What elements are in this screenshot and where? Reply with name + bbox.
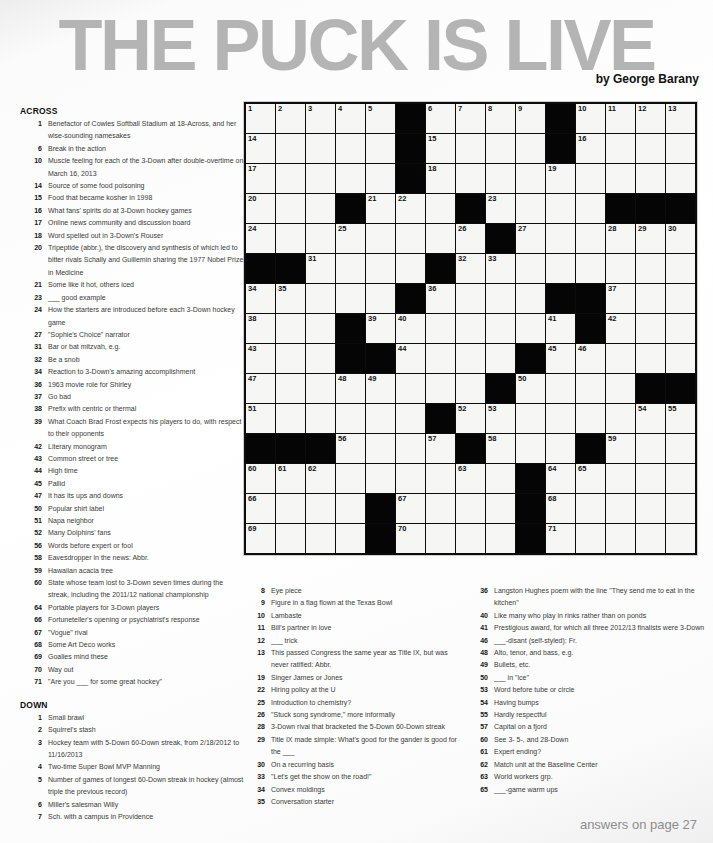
clue: 42Literary monogram	[20, 441, 245, 453]
grid-cell[interactable]	[366, 434, 395, 463]
cell-number: 14	[248, 135, 256, 143]
grid-cell[interactable]: 26	[456, 224, 485, 253]
clue: 55Hardly respectful	[469, 709, 711, 721]
grid-cell[interactable]	[276, 404, 305, 433]
grid-cell[interactable]	[666, 164, 695, 193]
clue-number: 34	[20, 366, 42, 378]
clue: 43Common street or tree	[20, 453, 245, 465]
grid-cell[interactable]	[306, 494, 335, 523]
grid-cell[interactable]	[666, 344, 695, 373]
grid-cell[interactable]	[306, 374, 335, 403]
clue-number: 51	[20, 515, 42, 527]
grid-cell[interactable]	[666, 464, 695, 493]
clue: 61Expert ending?	[469, 746, 711, 758]
grid-cell[interactable]: 22	[396, 194, 425, 223]
grid-cell[interactable]: 53	[486, 404, 515, 433]
grid-cell[interactable]	[336, 284, 365, 313]
clue: 20Tripeptide (abbr.), the discovery and …	[20, 242, 245, 279]
grid-cell[interactable]	[546, 374, 575, 403]
grid-cell[interactable]	[666, 314, 695, 343]
grid-cell[interactable]: 31	[306, 254, 335, 283]
grid-cell[interactable]: 46	[576, 344, 605, 373]
black-cell	[336, 194, 365, 223]
cell-number: 24	[248, 225, 256, 233]
grid-cell[interactable]	[366, 284, 395, 313]
grid-cell[interactable]	[366, 464, 395, 493]
clue-text: Reaction to 3-Down's amazing accomplishm…	[48, 368, 195, 375]
grid-cell[interactable]	[366, 134, 395, 163]
grid-cell[interactable]	[306, 224, 335, 253]
grid-cell[interactable]	[456, 494, 485, 523]
clue-number: 58	[20, 552, 42, 564]
grid-cell[interactable]: 42	[606, 314, 635, 343]
grid-cell[interactable]: 49	[366, 374, 395, 403]
grid-cell[interactable]: 67	[396, 494, 425, 523]
grid-cell[interactable]: 29	[636, 224, 665, 253]
grid-cell[interactable]: 54	[636, 404, 665, 433]
grid-cell[interactable]	[336, 164, 365, 193]
grid-cell[interactable]: 40	[396, 314, 425, 343]
grid-cell[interactable]: 28	[606, 224, 635, 253]
clue-number: 54	[469, 697, 488, 709]
grid-cell[interactable]	[456, 524, 485, 553]
clue: 21Some like it hot, others iced	[20, 279, 245, 291]
grid-cell[interactable]	[636, 464, 665, 493]
middle-clue-column: 8Eye piece9Figure in a flag flown at the…	[249, 585, 465, 808]
grid-cell[interactable]	[276, 494, 305, 523]
grid-cell[interactable]	[606, 254, 635, 283]
grid-cell[interactable]	[276, 374, 305, 403]
clue: 15Food that became kosher in 1998	[20, 192, 245, 204]
grid-cell[interactable]: 50	[516, 374, 545, 403]
grid-cell[interactable]	[276, 134, 305, 163]
clue: 36Langston Hughes poem with the line "Th…	[469, 585, 711, 610]
grid-cell[interactable]: 14	[246, 134, 275, 163]
grid-cell[interactable]	[366, 254, 395, 283]
grid-cell[interactable]: 34	[246, 284, 275, 313]
clue: 60See 3- 5-, and 28-Down	[469, 734, 711, 746]
clue-number: 41	[469, 622, 488, 634]
grid-cell[interactable]: 60	[246, 464, 275, 493]
grid-cell[interactable]	[426, 374, 455, 403]
cell-number: 8	[488, 105, 492, 113]
grid-cell[interactable]	[426, 344, 455, 373]
cell-number: 70	[398, 525, 406, 533]
grid-cell[interactable]	[636, 494, 665, 523]
grid-cell[interactable]: 61	[276, 464, 305, 493]
clue: 39What Coach Brad Frost expects his play…	[20, 416, 245, 441]
grid-cell[interactable]	[636, 164, 665, 193]
clue-text: See 3- 5-, and 28-Down	[494, 736, 568, 743]
grid-cell[interactable]	[276, 344, 305, 373]
grid-cell[interactable]	[426, 224, 455, 253]
grid-cell[interactable]: 47	[246, 374, 275, 403]
grid-cell[interactable]	[486, 344, 515, 373]
grid-cell[interactable]	[396, 434, 425, 463]
grid-cell[interactable]	[276, 164, 305, 193]
clue-number: 62	[469, 759, 488, 771]
grid-cell[interactable]: 18	[426, 164, 455, 193]
grid-cell[interactable]	[636, 284, 665, 313]
grid-cell[interactable]	[576, 164, 605, 193]
clue: 8Eye piece	[249, 585, 465, 597]
clue-number: 37	[20, 391, 42, 403]
cell-number: 43	[248, 345, 256, 353]
grid-cell[interactable]: 6	[426, 104, 455, 133]
grid-cell[interactable]: 25	[336, 224, 365, 253]
grid-cell[interactable]	[336, 524, 365, 553]
grid-cell[interactable]: 3	[306, 104, 335, 133]
grid-cell[interactable]: 41	[546, 314, 575, 343]
grid-cell[interactable]	[636, 524, 665, 553]
grid-cell[interactable]: 11	[606, 104, 635, 133]
grid-cell[interactable]: 68	[546, 494, 575, 523]
grid-cell[interactable]	[546, 434, 575, 463]
grid-cell[interactable]	[666, 134, 695, 163]
clue-number: 49	[469, 659, 488, 671]
clue: 41Prestigious award, for which all three…	[469, 622, 711, 634]
grid-cell[interactable]	[306, 284, 335, 313]
cell-number: 59	[608, 435, 616, 443]
clue-text: Goalies mind these	[48, 653, 108, 660]
grid-cell[interactable]: 58	[486, 434, 515, 463]
grid-cell[interactable]	[396, 224, 425, 253]
clue-text: On a recurring basis	[271, 761, 334, 768]
grid-cell[interactable]	[426, 314, 455, 343]
clue: 37Go bad	[20, 391, 245, 403]
grid-cell[interactable]: 43	[246, 344, 275, 373]
clue-number: 50	[469, 672, 488, 684]
grid-cell[interactable]: 59	[606, 434, 635, 463]
grid-cell[interactable]	[456, 374, 485, 403]
grid-cell[interactable]	[456, 344, 485, 373]
grid-cell[interactable]: 45	[546, 344, 575, 373]
grid-cell[interactable]	[426, 194, 455, 223]
clue: 44High time	[20, 465, 245, 477]
grid-cell[interactable]	[426, 524, 455, 553]
grid-cell[interactable]: 44	[396, 344, 425, 373]
clue-number: 67	[20, 627, 42, 639]
grid-cell[interactable]	[336, 404, 365, 433]
grid-cell[interactable]: 51	[246, 404, 275, 433]
grid-cell[interactable]: 7	[456, 104, 485, 133]
grid-cell[interactable]: 71	[546, 524, 575, 553]
cell-number: 28	[608, 225, 616, 233]
grid-cell[interactable]	[426, 464, 455, 493]
clue-number: 59	[20, 565, 42, 577]
grid-cell[interactable]: 65	[576, 464, 605, 493]
clue: 24How the starters are introduced before…	[20, 304, 245, 329]
clue-text: High time	[48, 467, 78, 474]
grid-cell[interactable]	[576, 224, 605, 253]
clue-text: Go bad	[48, 393, 71, 400]
clue-number: 13	[249, 647, 265, 659]
grid-cell[interactable]: 4	[336, 104, 365, 133]
grid-cell[interactable]	[516, 134, 545, 163]
clue-number: 25	[249, 697, 265, 709]
clue: 11Bill's partner in love	[249, 622, 465, 634]
clue: 283-Down rival that bracketed the 5-Down…	[249, 721, 465, 733]
clue-number: 56	[20, 540, 42, 552]
grid-cell[interactable]	[366, 404, 395, 433]
grid-cell[interactable]	[606, 374, 635, 403]
grid-cell[interactable]: 10	[576, 104, 605, 133]
grid-cell[interactable]	[666, 524, 695, 553]
clue-text: Break in the action	[48, 145, 106, 152]
grid-cell[interactable]	[276, 524, 305, 553]
grid-cell[interactable]	[336, 464, 365, 493]
grid-cell[interactable]: 32	[456, 254, 485, 283]
grid-cell[interactable]	[306, 194, 335, 223]
grid-cell[interactable]: 8	[486, 104, 515, 133]
cell-number: 16	[578, 135, 586, 143]
grid-cell[interactable]: 16	[576, 134, 605, 163]
clue-text: Hawaiian acacia tree	[48, 567, 113, 574]
grid-cell[interactable]: 23	[486, 194, 515, 223]
clue-number: 16	[20, 205, 42, 217]
grid-cell[interactable]	[636, 434, 665, 463]
grid-cell[interactable]	[366, 224, 395, 253]
grid-cell[interactable]: 62	[306, 464, 335, 493]
grid-cell[interactable]	[546, 254, 575, 283]
clue-text: ___-disant (self-styled): Fr.	[494, 637, 577, 644]
grid-cell[interactable]: 64	[546, 464, 575, 493]
grid-cell[interactable]	[396, 404, 425, 433]
clue-number: 36	[469, 585, 488, 597]
black-cell	[576, 284, 605, 313]
grid-cell[interactable]	[636, 314, 665, 343]
black-cell	[456, 434, 485, 463]
clue-text: State whose team lost to 3-Down seven ti…	[48, 579, 223, 598]
clue-text: "Are you ___ for some great hockey"	[48, 678, 162, 685]
clue-text: "Sophie's Choice" narrator	[48, 331, 130, 338]
clue: 64Portable players for 3-Down players	[20, 602, 245, 614]
grid-cell[interactable]	[576, 194, 605, 223]
cell-number: 11	[608, 105, 616, 113]
grid-cell[interactable]: 17	[246, 164, 275, 193]
cell-number: 17	[248, 165, 256, 173]
clue-text: Two-time Super Bowl MVP Manning	[48, 763, 160, 770]
grid-cell[interactable]	[576, 254, 605, 283]
grid-cell[interactable]: 66	[246, 494, 275, 523]
clue: 57Capital on a fjord	[469, 721, 711, 733]
grid-cell[interactable]	[276, 194, 305, 223]
grid-cell[interactable]	[606, 494, 635, 523]
cell-number: 3	[308, 105, 312, 113]
grid-cell[interactable]: 63	[456, 464, 485, 493]
grid-cell[interactable]: 12	[636, 104, 665, 133]
grid-cell[interactable]	[486, 134, 515, 163]
grid-cell[interactable]	[306, 524, 335, 553]
grid-cell[interactable]	[456, 284, 485, 313]
grid-cell[interactable]	[456, 314, 485, 343]
grid-cell[interactable]	[486, 284, 515, 313]
cell-number: 32	[458, 255, 466, 263]
grid-cell[interactable]: 48	[336, 374, 365, 403]
clue-text: Prestigious award, for which all three 2…	[494, 624, 704, 631]
grid-cell[interactable]	[276, 224, 305, 253]
clue-text: Hardly respectful	[494, 711, 547, 718]
grid-cell[interactable]: 37	[606, 284, 635, 313]
cell-number: 65	[578, 465, 586, 473]
grid-cell[interactable]	[516, 164, 545, 193]
clue-text: Alto, tenor, and bass, e.g.	[494, 649, 573, 656]
clue: 59Hawaiian acacia tree	[20, 565, 245, 577]
grid-cell[interactable]: 1	[246, 104, 275, 133]
clue: 23___ good example	[20, 292, 245, 304]
clue-number: 40	[469, 610, 488, 622]
grid-cell[interactable]	[336, 254, 365, 283]
cell-number: 60	[248, 465, 256, 473]
grid-cell[interactable]	[546, 194, 575, 223]
grid-cell[interactable]	[486, 494, 515, 523]
grid-cell[interactable]: 2	[276, 104, 305, 133]
grid-cell[interactable]: 33	[486, 254, 515, 283]
grid-cell[interactable]	[666, 494, 695, 523]
clue-text: Conversation starter	[271, 798, 334, 805]
grid-cell[interactable]: 5	[366, 104, 395, 133]
grid-cell[interactable]	[606, 164, 635, 193]
grid-cell[interactable]	[666, 284, 695, 313]
grid-cell[interactable]: 21	[366, 194, 395, 223]
grid-cell[interactable]	[606, 134, 635, 163]
clue-text: Capital on a fjord	[494, 723, 547, 730]
black-cell	[606, 194, 635, 223]
clue-number: 1	[20, 118, 42, 130]
grid-cell[interactable]: 30	[666, 224, 695, 253]
grid-cell[interactable]	[276, 314, 305, 343]
grid-cell[interactable]	[576, 404, 605, 433]
grid-cell[interactable]	[666, 254, 695, 283]
clue-number: 7	[20, 811, 42, 823]
black-cell	[516, 524, 545, 553]
clue-number: 50	[20, 503, 42, 515]
clue-text: World workers grp.	[494, 773, 553, 780]
grid-cell[interactable]	[606, 464, 635, 493]
grid-cell[interactable]	[486, 164, 515, 193]
grid-cell[interactable]	[306, 164, 335, 193]
clue: 22Hiring policy at the U	[249, 684, 465, 696]
grid-cell[interactable]	[576, 524, 605, 553]
cell-number: 9	[518, 105, 522, 113]
clue: 19Singer James or Jones	[249, 672, 465, 684]
black-cell	[246, 434, 275, 463]
clue-number: 11	[249, 622, 265, 634]
grid-cell[interactable]: 13	[666, 104, 695, 133]
clue-number: 1	[20, 712, 42, 724]
grid-cell[interactable]	[546, 404, 575, 433]
black-cell	[426, 404, 455, 433]
clue: 6Miller's salesman Willy	[20, 799, 245, 811]
grid-cell[interactable]: 55	[666, 404, 695, 433]
cell-number: 58	[488, 435, 496, 443]
clue: 18Word spelled out in 3-Down's Rouser	[20, 230, 245, 242]
grid-cell[interactable]	[516, 314, 545, 343]
grid-cell[interactable]: 35	[276, 284, 305, 313]
grid-cell[interactable]	[606, 344, 635, 373]
grid-cell[interactable]: 27	[516, 224, 545, 253]
grid-cell[interactable]	[516, 404, 545, 433]
clue-text: Figure in a flag flown at the Texas Bowl	[271, 599, 392, 606]
clue: 50Popular shirt label	[20, 503, 245, 515]
grid-cell[interactable]	[336, 494, 365, 523]
grid-cell[interactable]: 38	[246, 314, 275, 343]
grid-cell[interactable]: 57	[426, 434, 455, 463]
clue-number: 28	[249, 721, 265, 733]
clue: 26"Stuck song syndrome," more informally	[249, 709, 465, 721]
grid-cell[interactable]: 9	[516, 104, 545, 133]
grid-cell[interactable]	[426, 494, 455, 523]
grid-cell[interactable]	[306, 344, 335, 373]
grid-cell[interactable]	[336, 134, 365, 163]
clue-number: 65	[469, 784, 488, 796]
clue: 51Napa neighbor	[20, 515, 245, 527]
grid-cell[interactable]	[516, 434, 545, 463]
cell-number: 63	[458, 465, 466, 473]
grid-cell[interactable]: 39	[366, 314, 395, 343]
grid-cell[interactable]	[486, 524, 515, 553]
grid-cell[interactable]: 70	[396, 524, 425, 553]
grid-cell[interactable]	[606, 524, 635, 553]
grid-cell[interactable]	[486, 464, 515, 493]
cell-number: 35	[278, 285, 286, 293]
grid-cell[interactable]	[576, 374, 605, 403]
grid-cell[interactable]	[396, 464, 425, 493]
grid-cell[interactable]	[456, 134, 485, 163]
grid-cell[interactable]	[306, 314, 335, 343]
grid-cell[interactable]: 52	[456, 404, 485, 433]
grid-cell[interactable]: 19	[546, 164, 575, 193]
grid-cell[interactable]	[396, 374, 425, 403]
grid-cell[interactable]	[306, 134, 335, 163]
grid-cell[interactable]	[636, 344, 665, 373]
clue-text: What Coach Brad Frost expects his player…	[48, 418, 241, 437]
grid-cell[interactable]	[456, 164, 485, 193]
grid-cell[interactable]: 69	[246, 524, 275, 553]
grid-cell[interactable]: 56	[336, 434, 365, 463]
grid-cell[interactable]	[606, 404, 635, 433]
cell-number: 49	[368, 375, 376, 383]
grid-cell[interactable]	[396, 254, 425, 283]
grid-cell[interactable]	[366, 164, 395, 193]
grid-cell[interactable]	[546, 224, 575, 253]
grid-cell[interactable]: 36	[426, 284, 455, 313]
clue: 56Words before expert or fool	[20, 540, 245, 552]
grid-cell[interactable]	[516, 284, 545, 313]
clue: 48Alto, tenor, and bass, e.g.	[469, 647, 711, 659]
clue: 53Word before tube or circle	[469, 684, 711, 696]
grid-cell[interactable]: 24	[246, 224, 275, 253]
cell-number: 34	[248, 285, 256, 293]
grid-cell[interactable]	[486, 314, 515, 343]
clue: 6Break in the action	[20, 143, 245, 155]
grid-cell[interactable]	[576, 494, 605, 523]
grid-cell[interactable]	[636, 134, 665, 163]
grid-cell[interactable]: 20	[246, 194, 275, 223]
clue-text: Langston Hughes poem with the line "They…	[494, 587, 695, 606]
grid-cell[interactable]	[516, 254, 545, 283]
grid-cell[interactable]	[306, 404, 335, 433]
clue-number: 21	[20, 279, 42, 291]
clue-text: Expert ending?	[494, 748, 541, 755]
grid-cell[interactable]: 15	[426, 134, 455, 163]
grid-cell[interactable]	[666, 434, 695, 463]
grid-cell[interactable]	[516, 194, 545, 223]
clue-text: ___ trick	[271, 637, 297, 644]
clue-text: 1963 movie role for Shirley	[48, 381, 131, 388]
grid-cell[interactable]	[636, 254, 665, 283]
clue: 70Way out	[20, 664, 245, 676]
